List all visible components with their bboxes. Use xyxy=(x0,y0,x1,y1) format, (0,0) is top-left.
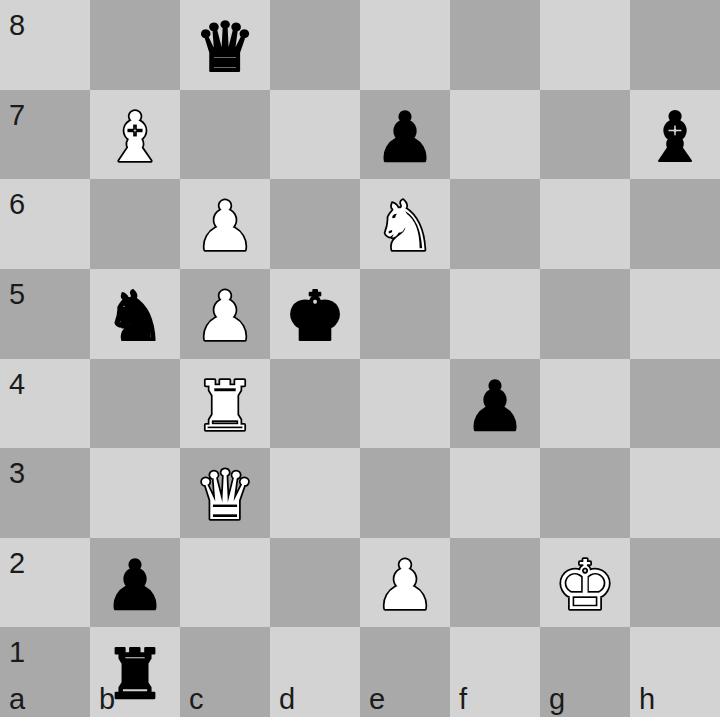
square-c6[interactable]: ♟︎ xyxy=(180,179,270,269)
square-h8[interactable] xyxy=(630,0,720,90)
square-g2[interactable]: ♚︎ xyxy=(540,538,630,628)
square-b8[interactable] xyxy=(90,0,180,90)
rank-label-7: 7 xyxy=(9,101,25,130)
square-a6[interactable]: 6 xyxy=(0,179,90,269)
piece-white-king[interactable]: ♚︎ xyxy=(540,538,630,628)
square-d1[interactable]: d xyxy=(270,627,360,717)
rank-label-4: 4 xyxy=(9,370,25,399)
rank-label-5: 5 xyxy=(9,280,25,309)
square-h5[interactable] xyxy=(630,269,720,359)
square-b7[interactable]: ♝︎ xyxy=(90,90,180,180)
square-f1[interactable]: f xyxy=(450,627,540,717)
square-e4[interactable] xyxy=(360,359,450,449)
piece-black-knight[interactable]: ♞︎ xyxy=(90,269,180,359)
square-f2[interactable] xyxy=(450,538,540,628)
square-a3[interactable]: 3 xyxy=(0,448,90,538)
file-label-a: a xyxy=(9,685,25,714)
square-e5[interactable] xyxy=(360,269,450,359)
svg-text:♝︎: ♝︎ xyxy=(644,97,705,176)
square-c7[interactable] xyxy=(180,90,270,180)
square-f5[interactable] xyxy=(450,269,540,359)
file-label-e: e xyxy=(369,685,385,714)
square-e8[interactable] xyxy=(360,0,450,90)
square-a5[interactable]: 5 xyxy=(0,269,90,359)
square-b5[interactable]: ♞︎ xyxy=(90,269,180,359)
svg-text:♟︎: ♟︎ xyxy=(374,546,435,625)
square-e3[interactable] xyxy=(360,448,450,538)
rank-label-2: 2 xyxy=(9,549,25,578)
square-g3[interactable] xyxy=(540,448,630,538)
square-c4[interactable]: ♜︎ xyxy=(180,359,270,449)
svg-text:♞︎: ♞︎ xyxy=(374,187,435,266)
square-c2[interactable] xyxy=(180,538,270,628)
square-b4[interactable] xyxy=(90,359,180,449)
square-g4[interactable] xyxy=(540,359,630,449)
svg-text:♟︎: ♟︎ xyxy=(104,546,165,625)
square-a2[interactable]: 2 xyxy=(0,538,90,628)
square-d7[interactable] xyxy=(270,90,360,180)
svg-text:♜︎: ♜︎ xyxy=(194,366,255,445)
file-label-g: g xyxy=(549,685,565,714)
square-c5[interactable]: ♟︎ xyxy=(180,269,270,359)
square-a4[interactable]: 4 xyxy=(0,359,90,449)
square-f4[interactable]: ♟︎ xyxy=(450,359,540,449)
rank-label-1: 1 xyxy=(9,638,25,667)
square-c3[interactable]: ♛︎ xyxy=(180,448,270,538)
svg-text:♚︎: ♚︎ xyxy=(554,546,615,625)
piece-white-pawn[interactable]: ♟︎ xyxy=(180,179,270,269)
square-g1[interactable]: g xyxy=(540,627,630,717)
svg-text:♟︎: ♟︎ xyxy=(194,277,255,356)
square-e2[interactable]: ♟︎ xyxy=(360,538,450,628)
square-d6[interactable] xyxy=(270,179,360,269)
square-d3[interactable] xyxy=(270,448,360,538)
rank-label-3: 3 xyxy=(9,459,25,488)
square-f7[interactable] xyxy=(450,90,540,180)
square-d8[interactable] xyxy=(270,0,360,90)
svg-text:♚︎: ♚︎ xyxy=(284,277,345,356)
piece-white-pawn[interactable]: ♟︎ xyxy=(360,538,450,628)
piece-black-king[interactable]: ♚︎ xyxy=(270,269,360,359)
piece-black-pawn[interactable]: ♟︎ xyxy=(90,538,180,628)
square-b3[interactable] xyxy=(90,448,180,538)
square-h1[interactable]: h xyxy=(630,627,720,717)
svg-text:♞︎: ♞︎ xyxy=(104,277,165,356)
piece-black-bishop[interactable]: ♝︎ xyxy=(630,90,720,180)
square-d4[interactable] xyxy=(270,359,360,449)
svg-text:♟︎: ♟︎ xyxy=(374,97,435,176)
square-f8[interactable] xyxy=(450,0,540,90)
square-g6[interactable] xyxy=(540,179,630,269)
square-b2[interactable]: ♟︎ xyxy=(90,538,180,628)
rank-label-8: 8 xyxy=(9,11,25,40)
svg-text:♜︎: ♜︎ xyxy=(104,635,165,714)
square-c8[interactable]: ♛︎ xyxy=(180,0,270,90)
piece-white-rook[interactable]: ♜︎ xyxy=(180,359,270,449)
svg-text:♟︎: ♟︎ xyxy=(464,366,525,445)
square-h2[interactable] xyxy=(630,538,720,628)
square-e6[interactable]: ♞︎ xyxy=(360,179,450,269)
piece-white-knight[interactable]: ♞︎ xyxy=(360,179,450,269)
rank-label-6: 6 xyxy=(9,190,25,219)
piece-white-pawn[interactable]: ♟︎ xyxy=(180,269,270,359)
square-a1[interactable]: 1a xyxy=(0,627,90,717)
chess-board: 8♛︎7♝︎♟︎♝︎6♟︎♞︎5♞︎♟︎♚︎4♜︎♟︎3♛︎2♟︎♟︎♚︎1ab… xyxy=(0,0,720,717)
svg-text:♛︎: ♛︎ xyxy=(194,8,255,87)
square-e7[interactable]: ♟︎ xyxy=(360,90,450,180)
piece-white-queen[interactable]: ♛︎ xyxy=(180,448,270,538)
square-a8[interactable]: 8 xyxy=(0,0,90,90)
piece-white-bishop[interactable]: ♝︎ xyxy=(90,90,180,180)
svg-text:♟︎: ♟︎ xyxy=(194,187,255,266)
svg-text:♝︎: ♝︎ xyxy=(104,97,165,176)
square-h7[interactable]: ♝︎ xyxy=(630,90,720,180)
square-f3[interactable] xyxy=(450,448,540,538)
piece-black-pawn[interactable]: ♟︎ xyxy=(360,90,450,180)
square-d2[interactable] xyxy=(270,538,360,628)
square-d5[interactable]: ♚︎ xyxy=(270,269,360,359)
square-b1[interactable]: b♜︎ xyxy=(90,627,180,717)
square-g8[interactable] xyxy=(540,0,630,90)
file-label-h: h xyxy=(639,685,655,714)
square-b6[interactable] xyxy=(90,179,180,269)
square-h6[interactable] xyxy=(630,179,720,269)
file-label-c: c xyxy=(189,685,204,714)
piece-black-queen[interactable]: ♛︎ xyxy=(180,0,270,90)
file-label-f: f xyxy=(459,685,467,714)
square-c1[interactable]: c xyxy=(180,627,270,717)
square-h4[interactable] xyxy=(630,359,720,449)
piece-black-pawn[interactable]: ♟︎ xyxy=(450,359,540,449)
square-h3[interactable] xyxy=(630,448,720,538)
piece-black-rook[interactable]: ♜︎ xyxy=(90,627,180,717)
file-label-d: d xyxy=(279,685,295,714)
square-f6[interactable] xyxy=(450,179,540,269)
square-e1[interactable]: e xyxy=(360,627,450,717)
square-g5[interactable] xyxy=(540,269,630,359)
svg-text:♛︎: ♛︎ xyxy=(194,456,255,535)
square-g7[interactable] xyxy=(540,90,630,180)
square-a7[interactable]: 7 xyxy=(0,90,90,180)
